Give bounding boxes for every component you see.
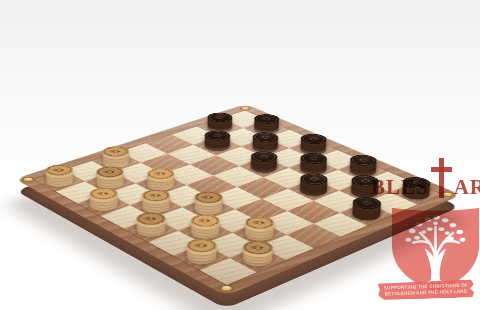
ribbon-line-2: BETHLEHEM AND THE HOLY LAND xyxy=(385,289,468,297)
ribbon-line-1: SUPPORTING THE CHRISTIANS OF xyxy=(384,283,468,292)
ribbon-banner: SUPPORTING THE CHRISTIANS OF BETHLEHEM A… xyxy=(378,279,475,300)
light-piece xyxy=(131,221,171,239)
square xyxy=(390,183,441,205)
brass-inlay-icon xyxy=(219,285,234,292)
brass-inlay-icon xyxy=(22,177,35,182)
light-piece xyxy=(237,249,279,269)
light-piece xyxy=(84,196,123,213)
photo-scene: BLES ART xyxy=(0,0,480,310)
square xyxy=(200,258,257,285)
dark-piece xyxy=(245,160,282,175)
checkers-board xyxy=(15,104,461,296)
board-frame xyxy=(15,104,461,296)
brass-inlay-icon xyxy=(240,106,251,110)
brass-inlay-icon xyxy=(441,192,454,197)
